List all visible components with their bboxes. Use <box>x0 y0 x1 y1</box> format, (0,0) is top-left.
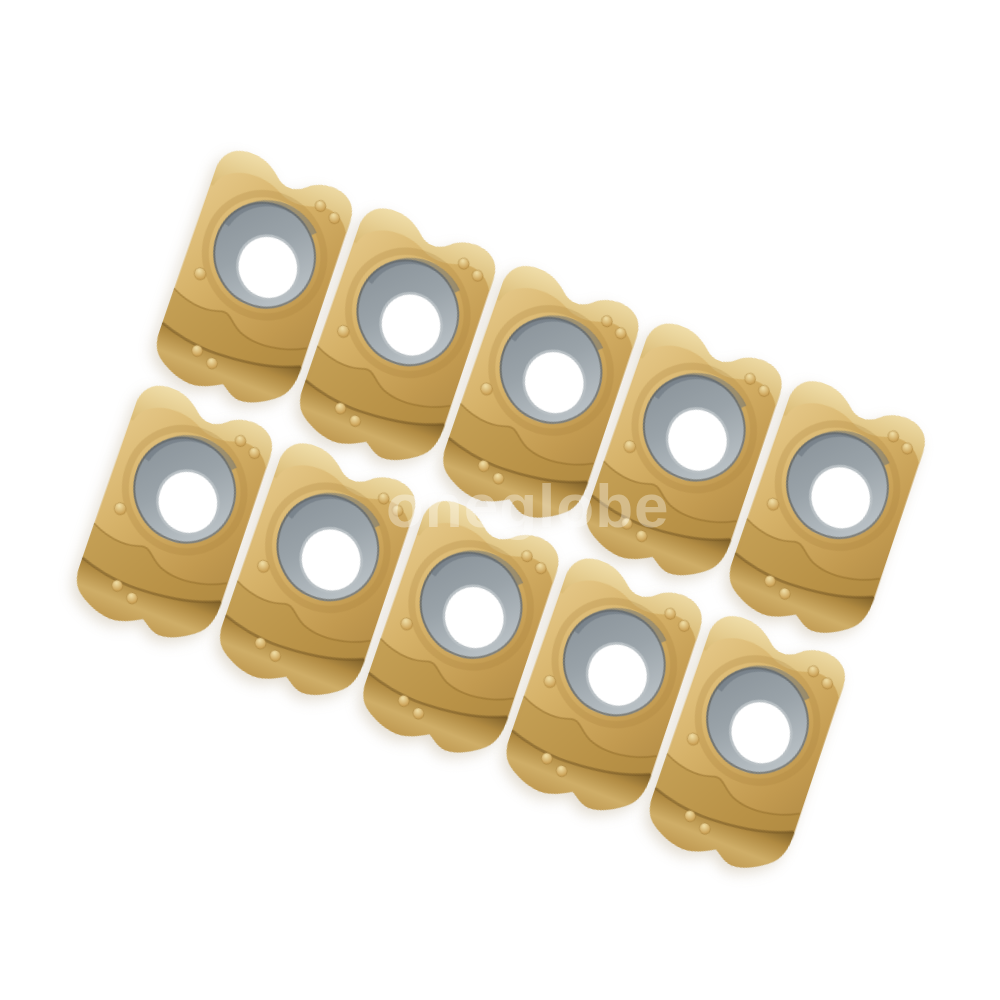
product-photo: oneglobe <box>0 0 1000 1000</box>
insert-grid <box>64 126 940 884</box>
